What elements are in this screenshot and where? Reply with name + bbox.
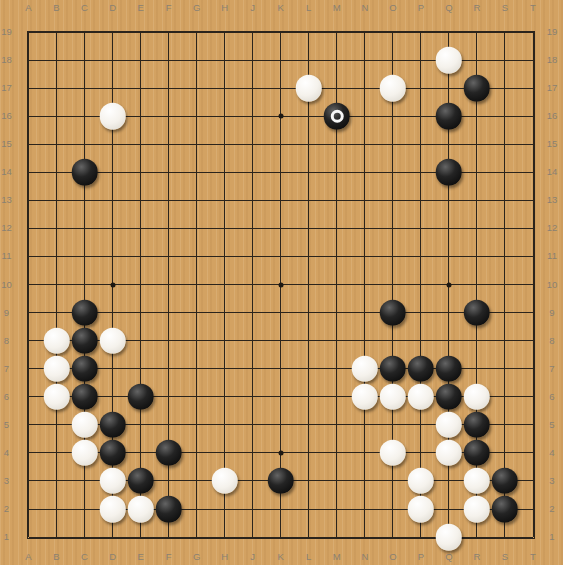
stone-white-P2 (408, 496, 435, 523)
coordinate-row-right-2: 2 (549, 504, 554, 514)
stone-black-K3 (268, 468, 295, 495)
coordinate-row-left-16: 16 (1, 111, 12, 121)
grid-line-vertical (364, 32, 365, 537)
coordinate-row-left-3: 3 (4, 476, 9, 486)
stone-black-Q6 (436, 384, 463, 411)
star-point-K4 (278, 450, 283, 455)
coordinate-column-top-L: L (306, 3, 311, 13)
coordinate-row-right-11: 11 (547, 251, 557, 261)
stone-black-M16 (324, 103, 351, 130)
coordinate-column-bottom-P: P (418, 552, 424, 562)
coordinate-row-right-6: 6 (549, 392, 554, 402)
stone-black-E3 (127, 468, 154, 495)
coordinate-column-bottom-L: L (306, 552, 311, 562)
coordinate-row-left-8: 8 (4, 336, 9, 346)
coordinate-row-left-14: 14 (1, 167, 12, 177)
coordinate-row-left-5: 5 (4, 420, 9, 430)
coordinate-column-top-M: M (333, 3, 341, 13)
coordinate-column-top-A: A (25, 3, 31, 13)
stone-black-R4 (464, 440, 491, 467)
coordinate-column-bottom-E: E (137, 552, 143, 562)
coordinate-column-bottom-N: N (361, 552, 368, 562)
grid-line-vertical (504, 32, 505, 537)
stone-white-P6 (408, 384, 435, 411)
coordinate-row-left-15: 15 (1, 139, 12, 149)
stone-white-D2 (99, 496, 126, 523)
coordinate-row-right-8: 8 (549, 336, 554, 346)
stone-white-L17 (296, 75, 323, 102)
stone-black-C14 (71, 159, 98, 186)
grid-line-vertical (533, 32, 534, 537)
coordinate-row-right-12: 12 (547, 223, 558, 233)
coordinate-column-top-F: F (166, 3, 172, 13)
last-move-marker (330, 110, 343, 123)
stone-white-Q4 (436, 440, 463, 467)
coordinate-row-right-3: 3 (549, 476, 554, 486)
coordinate-row-right-7: 7 (549, 364, 554, 374)
coordinate-column-bottom-K: K (278, 552, 284, 562)
coordinate-column-bottom-G: G (193, 552, 200, 562)
coordinate-row-right-4: 4 (549, 448, 554, 458)
stone-white-B8 (43, 327, 70, 354)
stone-white-N6 (352, 384, 379, 411)
stone-white-C5 (71, 412, 98, 439)
stone-black-F4 (155, 440, 182, 467)
star-point-D10 (110, 282, 115, 287)
stone-black-P7 (408, 355, 435, 382)
go-board-screenshot: AABBCCDDEEFFGGHHJJKKLLMMNNOOPPQQRRSSTT19… (0, 0, 563, 565)
stone-black-C8 (71, 327, 98, 354)
go-board[interactable]: AABBCCDDEEFFGGHHJJKKLLMMNNOOPPQQRRSSTT19… (0, 0, 563, 565)
coordinate-column-top-K: K (278, 3, 284, 13)
grid-line-vertical (308, 32, 309, 537)
stone-black-Q14 (436, 159, 463, 186)
stone-black-D4 (99, 440, 126, 467)
coordinate-row-left-12: 12 (1, 223, 12, 233)
coordinate-column-top-P: P (418, 3, 424, 13)
stone-white-Q5 (436, 412, 463, 439)
coordinate-column-top-C: C (81, 3, 88, 13)
stone-white-D3 (99, 468, 126, 495)
coordinate-column-top-N: N (361, 3, 368, 13)
coordinate-column-bottom-J: J (250, 552, 255, 562)
stone-white-B7 (43, 355, 70, 382)
coordinate-row-left-6: 6 (4, 392, 9, 402)
stone-white-P3 (408, 468, 435, 495)
coordinate-row-left-11: 11 (2, 251, 12, 261)
coordinate-row-left-19: 19 (1, 27, 12, 37)
stone-white-N7 (352, 355, 379, 382)
coordinate-row-left-13: 13 (1, 195, 12, 205)
coordinate-row-left-18: 18 (1, 55, 12, 65)
coordinate-column-bottom-F: F (166, 552, 172, 562)
coordinate-column-top-E: E (137, 3, 143, 13)
coordinate-column-bottom-B: B (53, 552, 59, 562)
stone-black-O7 (380, 355, 407, 382)
stone-white-O4 (380, 440, 407, 467)
coordinate-row-left-17: 17 (1, 83, 12, 93)
star-point-K16 (278, 114, 283, 119)
coordinate-row-left-4: 4 (4, 448, 9, 458)
stone-white-O6 (380, 384, 407, 411)
stone-white-Q18 (436, 47, 463, 74)
coordinate-column-bottom-D: D (109, 552, 116, 562)
star-point-K10 (278, 282, 283, 287)
coordinate-column-bottom-A: A (25, 552, 31, 562)
stone-black-R5 (464, 412, 491, 439)
coordinate-column-top-R: R (474, 3, 481, 13)
stone-white-R2 (464, 496, 491, 523)
coordinate-row-left-2: 2 (4, 504, 9, 514)
coordinate-row-right-15: 15 (547, 139, 558, 149)
stone-white-B6 (43, 384, 70, 411)
stone-black-C7 (71, 355, 98, 382)
coordinate-row-right-13: 13 (547, 195, 558, 205)
coordinate-row-left-1: 1 (4, 532, 9, 542)
coordinate-row-right-17: 17 (547, 83, 558, 93)
coordinate-column-bottom-M: M (333, 552, 341, 562)
grid-line-vertical (420, 32, 421, 537)
coordinate-row-right-16: 16 (547, 111, 558, 121)
stone-black-C9 (71, 299, 98, 326)
coordinate-column-top-D: D (109, 3, 116, 13)
coordinate-column-bottom-O: O (389, 552, 396, 562)
coordinate-row-right-18: 18 (547, 55, 558, 65)
coordinate-column-bottom-R: R (474, 552, 481, 562)
coordinate-column-bottom-Q: Q (445, 552, 452, 562)
stone-black-E6 (127, 384, 154, 411)
coordinate-column-bottom-H: H (221, 552, 228, 562)
stone-black-D5 (99, 412, 126, 439)
stone-black-F2 (155, 496, 182, 523)
coordinate-row-right-10: 10 (547, 280, 558, 290)
coordinate-column-top-G: G (193, 3, 200, 13)
coordinate-column-top-J: J (250, 3, 255, 13)
coordinate-column-top-O: O (389, 3, 396, 13)
stone-black-O9 (380, 299, 407, 326)
stone-white-R3 (464, 468, 491, 495)
stone-white-H3 (211, 468, 238, 495)
coordinate-column-top-Q: Q (445, 3, 452, 13)
stone-white-D16 (99, 103, 126, 130)
stone-white-E2 (127, 496, 154, 523)
coordinate-row-right-14: 14 (547, 167, 558, 177)
coordinate-row-right-19: 19 (547, 27, 558, 37)
grid-line-horizontal (29, 312, 534, 313)
coordinate-column-bottom-C: C (81, 552, 88, 562)
stone-black-S3 (492, 468, 519, 495)
coordinate-column-bottom-S: S (502, 552, 508, 562)
coordinate-column-top-T: T (530, 3, 536, 13)
stone-black-Q7 (436, 355, 463, 382)
stone-white-C4 (71, 440, 98, 467)
stone-white-D8 (99, 327, 126, 354)
coordinate-column-top-B: B (53, 3, 59, 13)
coordinate-row-right-9: 9 (549, 308, 554, 318)
star-point-Q10 (446, 282, 451, 287)
stone-white-Q1 (436, 524, 463, 551)
coordinate-row-left-7: 7 (4, 364, 9, 374)
coordinate-row-left-10: 10 (1, 280, 12, 290)
coordinate-row-right-5: 5 (549, 420, 554, 430)
stone-black-C6 (71, 384, 98, 411)
coordinate-column-top-H: H (221, 3, 228, 13)
stone-black-S2 (492, 496, 519, 523)
stone-white-R6 (464, 384, 491, 411)
stone-black-Q16 (436, 103, 463, 130)
coordinate-row-right-1: 1 (549, 532, 554, 542)
stone-black-R9 (464, 299, 491, 326)
stone-white-O17 (380, 75, 407, 102)
coordinate-column-top-S: S (502, 3, 508, 13)
coordinate-row-left-9: 9 (4, 308, 9, 318)
stone-black-R17 (464, 75, 491, 102)
coordinate-column-bottom-T: T (530, 552, 536, 562)
